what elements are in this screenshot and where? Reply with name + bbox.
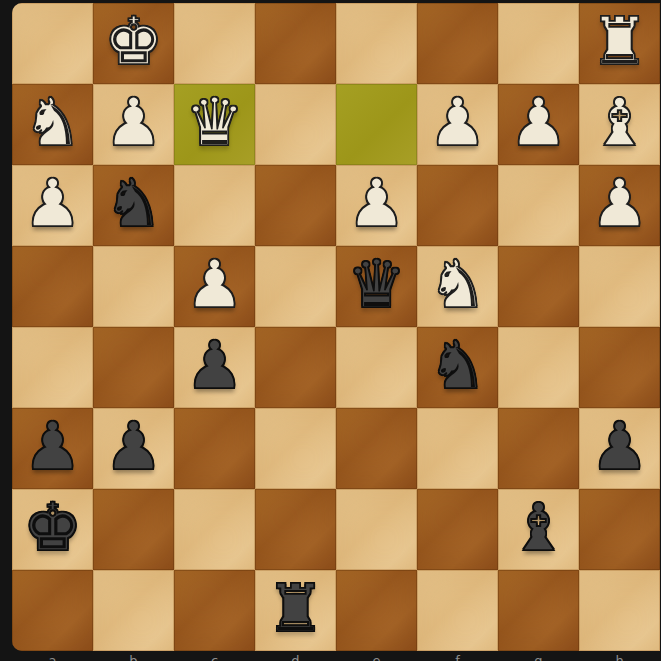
square-c8[interactable] (174, 3, 255, 84)
square-e4[interactable] (336, 327, 417, 408)
black-knight[interactable]: ♞ (93, 165, 174, 246)
square-h5[interactable] (579, 246, 660, 327)
square-f4[interactable]: ♞ (417, 327, 498, 408)
square-f5[interactable]: ♞ (417, 246, 498, 327)
square-a1[interactable] (12, 570, 93, 651)
white-bishop[interactable]: ♝ (579, 84, 660, 165)
white-pawn[interactable]: ♟ (174, 246, 255, 327)
file-label-a: a (12, 653, 93, 661)
square-g2[interactable]: ♝ (498, 489, 579, 570)
square-d6[interactable] (255, 165, 336, 246)
square-b7[interactable]: ♟ (93, 84, 174, 165)
square-e5[interactable]: ♛ (336, 246, 417, 327)
file-label-e: e (336, 653, 417, 661)
black-rook[interactable]: ♜ (255, 570, 336, 651)
square-f3[interactable] (417, 408, 498, 489)
square-f8[interactable] (417, 3, 498, 84)
square-d3[interactable] (255, 408, 336, 489)
square-c5[interactable]: ♟ (174, 246, 255, 327)
black-pawn[interactable]: ♟ (93, 408, 174, 489)
square-c1[interactable] (174, 570, 255, 651)
square-c7[interactable]: ♛ (174, 84, 255, 165)
square-c4[interactable]: ♟ (174, 327, 255, 408)
square-a8[interactable] (12, 3, 93, 84)
black-pawn[interactable]: ♟ (12, 408, 93, 489)
square-h4[interactable] (579, 327, 660, 408)
square-c6[interactable] (174, 165, 255, 246)
white-rook[interactable]: ♜ (579, 3, 660, 84)
chess-board: ♚♜♞♟♛♟♟♝♟♞♟♟♟♛♞♟♞♟♟♟♚♝♜ (12, 3, 660, 651)
white-pawn[interactable]: ♟ (12, 165, 93, 246)
square-h6[interactable]: ♟ (579, 165, 660, 246)
square-a2[interactable]: ♚ (12, 489, 93, 570)
square-g6[interactable] (498, 165, 579, 246)
square-h3[interactable]: ♟ (579, 408, 660, 489)
square-g1[interactable] (498, 570, 579, 651)
white-pawn[interactable]: ♟ (417, 84, 498, 165)
black-queen[interactable]: ♛ (336, 246, 417, 327)
square-g8[interactable] (498, 3, 579, 84)
square-h7[interactable]: ♝ (579, 84, 660, 165)
square-b3[interactable]: ♟ (93, 408, 174, 489)
white-knight[interactable]: ♞ (12, 84, 93, 165)
file-label-b: b (93, 653, 174, 661)
white-pawn[interactable]: ♟ (93, 84, 174, 165)
black-knight[interactable]: ♞ (417, 327, 498, 408)
square-e2[interactable] (336, 489, 417, 570)
square-a3[interactable]: ♟ (12, 408, 93, 489)
black-king[interactable]: ♚ (12, 489, 93, 570)
white-queen[interactable]: ♛ (174, 84, 255, 165)
square-e8[interactable] (336, 3, 417, 84)
square-g7[interactable]: ♟ (498, 84, 579, 165)
square-b2[interactable] (93, 489, 174, 570)
square-a5[interactable] (12, 246, 93, 327)
file-coordinates: abcdefgh (12, 651, 660, 661)
white-pawn[interactable]: ♟ (498, 84, 579, 165)
square-d2[interactable] (255, 489, 336, 570)
black-pawn[interactable]: ♟ (174, 327, 255, 408)
square-c2[interactable] (174, 489, 255, 570)
board-frame: ♚♜♞♟♛♟♟♝♟♞♟♟♟♛♞♟♞♟♟♟♚♝♜ abcdefgh (0, 0, 661, 661)
square-f1[interactable] (417, 570, 498, 651)
square-h2[interactable] (579, 489, 660, 570)
white-knight[interactable]: ♞ (417, 246, 498, 327)
file-label-g: g (498, 653, 579, 661)
square-g4[interactable] (498, 327, 579, 408)
white-pawn[interactable]: ♟ (336, 165, 417, 246)
square-b4[interactable] (93, 327, 174, 408)
file-label-h: h (579, 653, 660, 661)
square-e1[interactable] (336, 570, 417, 651)
square-b6[interactable]: ♞ (93, 165, 174, 246)
square-b5[interactable] (93, 246, 174, 327)
square-g3[interactable] (498, 408, 579, 489)
white-king[interactable]: ♚ (93, 3, 174, 84)
square-e7[interactable] (336, 84, 417, 165)
black-bishop[interactable]: ♝ (498, 489, 579, 570)
square-a7[interactable]: ♞ (12, 84, 93, 165)
square-a4[interactable] (12, 327, 93, 408)
square-d5[interactable] (255, 246, 336, 327)
square-g5[interactable] (498, 246, 579, 327)
square-d7[interactable] (255, 84, 336, 165)
square-d8[interactable] (255, 3, 336, 84)
white-pawn[interactable]: ♟ (579, 165, 660, 246)
square-e6[interactable]: ♟ (336, 165, 417, 246)
square-b8[interactable]: ♚ (93, 3, 174, 84)
file-label-d: d (255, 653, 336, 661)
square-e3[interactable] (336, 408, 417, 489)
square-f6[interactable] (417, 165, 498, 246)
square-h8[interactable]: ♜ (579, 3, 660, 84)
square-h1[interactable] (579, 570, 660, 651)
square-f2[interactable] (417, 489, 498, 570)
square-a6[interactable]: ♟ (12, 165, 93, 246)
square-d1[interactable]: ♜ (255, 570, 336, 651)
file-label-f: f (417, 653, 498, 661)
square-f7[interactable]: ♟ (417, 84, 498, 165)
square-d4[interactable] (255, 327, 336, 408)
file-label-c: c (174, 653, 255, 661)
square-b1[interactable] (93, 570, 174, 651)
square-c3[interactable] (174, 408, 255, 489)
black-pawn[interactable]: ♟ (579, 408, 660, 489)
